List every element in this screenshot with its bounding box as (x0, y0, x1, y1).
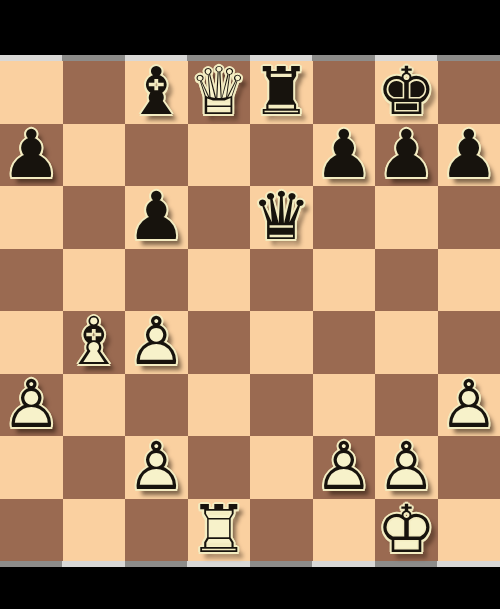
square-f6[interactable] (313, 186, 376, 249)
white-piece-body: ♟ (438, 374, 500, 437)
black-queen-piece[interactable]: ♛ (250, 186, 313, 249)
white-pawn-piece[interactable]: ♟♙ (125, 436, 188, 499)
black-rook-piece[interactable]: ♜ (250, 61, 313, 124)
square-d7[interactable] (188, 124, 251, 187)
square-g5[interactable] (375, 249, 438, 312)
white-piece-body: ♚ (375, 499, 438, 562)
square-d2[interactable] (188, 436, 251, 499)
square-c5[interactable] (125, 249, 188, 312)
white-piece-outline: ♙ (438, 374, 500, 437)
square-d4[interactable] (188, 311, 251, 374)
square-g4[interactable] (375, 311, 438, 374)
white-piece-body: ♟ (375, 436, 438, 499)
white-piece-body: ♟ (0, 374, 63, 437)
square-c1[interactable] (125, 499, 188, 562)
square-b7[interactable] (63, 124, 126, 187)
square-f4[interactable] (313, 311, 376, 374)
white-rook-piece[interactable]: ♜♖ (188, 499, 251, 562)
square-d6[interactable] (188, 186, 251, 249)
white-pawn-piece[interactable]: ♟♙ (438, 374, 500, 437)
square-h2[interactable] (438, 436, 500, 499)
white-piece-outline: ♙ (375, 436, 438, 499)
square-c7[interactable] (125, 124, 188, 187)
square-c8[interactable]: ♝ (125, 61, 188, 124)
square-f5[interactable] (313, 249, 376, 312)
square-d5[interactable] (188, 249, 251, 312)
square-e4[interactable] (250, 311, 313, 374)
square-c2[interactable]: ♟♙ (125, 436, 188, 499)
white-piece-outline: ♕ (188, 61, 251, 124)
square-a8[interactable] (0, 61, 63, 124)
chess-board: ♝♛♕♜♚♟♟♟♟♟♛♝♗♟♙♟♙♟♙♟♙♟♙♟♙♜♖♚♔ (0, 61, 500, 561)
square-f1[interactable] (313, 499, 376, 562)
square-h1[interactable] (438, 499, 500, 562)
square-a1[interactable] (0, 499, 63, 562)
top-letterbox (0, 0, 500, 55)
square-h3[interactable]: ♟♙ (438, 374, 500, 437)
square-h4[interactable] (438, 311, 500, 374)
square-e3[interactable] (250, 374, 313, 437)
white-piece-outline: ♔ (375, 499, 438, 562)
square-b4[interactable]: ♝♗ (63, 311, 126, 374)
square-b5[interactable] (63, 249, 126, 312)
white-queen-piece[interactable]: ♛♕ (188, 61, 251, 124)
white-pawn-piece[interactable]: ♟♙ (125, 311, 188, 374)
square-b1[interactable] (63, 499, 126, 562)
square-e5[interactable] (250, 249, 313, 312)
white-piece-body: ♟ (313, 436, 376, 499)
square-d8[interactable]: ♛♕ (188, 61, 251, 124)
chess-app: ♝♛♕♜♚♟♟♟♟♟♛♝♗♟♙♟♙♟♙♟♙♟♙♟♙♜♖♚♔ (0, 0, 500, 609)
square-f7[interactable]: ♟ (313, 124, 376, 187)
black-pawn-piece[interactable]: ♟ (0, 124, 63, 187)
square-h7[interactable]: ♟ (438, 124, 500, 187)
square-h5[interactable] (438, 249, 500, 312)
square-h8[interactable] (438, 61, 500, 124)
square-b3[interactable] (63, 374, 126, 437)
square-a3[interactable]: ♟♙ (0, 374, 63, 437)
white-pawn-piece[interactable]: ♟♙ (375, 436, 438, 499)
black-bishop-piece[interactable]: ♝ (125, 61, 188, 124)
square-g8[interactable]: ♚ (375, 61, 438, 124)
black-pawn-piece[interactable]: ♟ (375, 124, 438, 187)
square-f2[interactable]: ♟♙ (313, 436, 376, 499)
square-a7[interactable]: ♟ (0, 124, 63, 187)
square-e7[interactable] (250, 124, 313, 187)
square-a5[interactable] (0, 249, 63, 312)
white-piece-body: ♜ (188, 499, 251, 562)
white-piece-body: ♛ (188, 61, 251, 124)
square-a2[interactable] (0, 436, 63, 499)
white-king-piece[interactable]: ♚♔ (375, 499, 438, 562)
white-bishop-piece[interactable]: ♝♗ (63, 311, 126, 374)
square-e6[interactable]: ♛ (250, 186, 313, 249)
white-piece-body: ♟ (125, 436, 188, 499)
black-pawn-piece[interactable]: ♟ (313, 124, 376, 187)
square-e8[interactable]: ♜ (250, 61, 313, 124)
black-pawn-piece[interactable]: ♟ (125, 186, 188, 249)
black-king-piece[interactable]: ♚ (375, 61, 438, 124)
square-b2[interactable] (63, 436, 126, 499)
square-g1[interactable]: ♚♔ (375, 499, 438, 562)
square-e1[interactable] (250, 499, 313, 562)
white-piece-outline: ♙ (313, 436, 376, 499)
square-b6[interactable] (63, 186, 126, 249)
square-c6[interactable]: ♟ (125, 186, 188, 249)
black-pawn-piece[interactable]: ♟ (438, 124, 500, 187)
white-piece-body: ♝ (63, 311, 126, 374)
square-f3[interactable] (313, 374, 376, 437)
square-g6[interactable] (375, 186, 438, 249)
white-pawn-piece[interactable]: ♟♙ (313, 436, 376, 499)
square-g7[interactable]: ♟ (375, 124, 438, 187)
square-h6[interactable] (438, 186, 500, 249)
white-piece-outline: ♖ (188, 499, 251, 562)
square-c4[interactable]: ♟♙ (125, 311, 188, 374)
square-a6[interactable] (0, 186, 63, 249)
white-piece-outline: ♗ (63, 311, 126, 374)
white-piece-body: ♟ (125, 311, 188, 374)
white-piece-outline: ♙ (125, 311, 188, 374)
square-d3[interactable] (188, 374, 251, 437)
white-piece-outline: ♙ (125, 436, 188, 499)
bottom-letterbox (0, 567, 500, 609)
square-g2[interactable]: ♟♙ (375, 436, 438, 499)
square-a4[interactable] (0, 311, 63, 374)
square-c3[interactable] (125, 374, 188, 437)
square-g3[interactable] (375, 374, 438, 437)
square-b8[interactable] (63, 61, 126, 124)
square-e2[interactable] (250, 436, 313, 499)
square-d1[interactable]: ♜♖ (188, 499, 251, 562)
white-piece-outline: ♙ (0, 374, 63, 437)
white-pawn-piece[interactable]: ♟♙ (0, 374, 63, 437)
square-f8[interactable] (313, 61, 376, 124)
